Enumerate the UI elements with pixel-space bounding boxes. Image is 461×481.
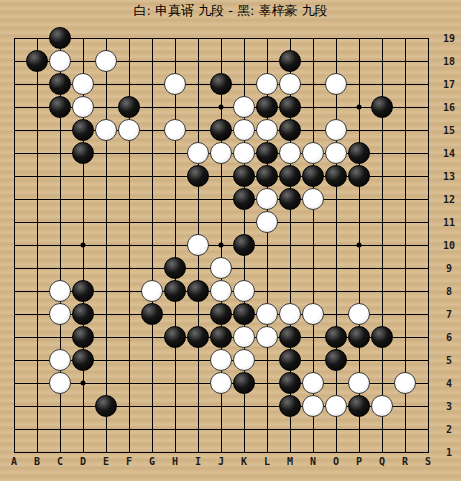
stone-black[interactable] — [279, 50, 301, 72]
stone-white[interactable] — [210, 142, 232, 164]
stone-white[interactable] — [49, 349, 71, 371]
stone-white[interactable] — [302, 188, 324, 210]
star-point — [357, 243, 362, 248]
row-label: 10 — [443, 240, 455, 251]
stone-black[interactable] — [371, 326, 393, 348]
stone-black[interactable] — [72, 349, 94, 371]
stone-white[interactable] — [302, 142, 324, 164]
stone-white[interactable] — [256, 188, 278, 210]
col-label: P — [356, 456, 362, 467]
col-label: H — [172, 456, 178, 467]
stone-black[interactable] — [279, 119, 301, 141]
stone-white[interactable] — [302, 372, 324, 394]
stone-black[interactable] — [164, 257, 186, 279]
row-label: 11 — [443, 217, 455, 228]
stone-white[interactable] — [325, 119, 347, 141]
stone-white[interactable] — [325, 73, 347, 95]
stone-black[interactable] — [279, 372, 301, 394]
row-label: 2 — [446, 424, 452, 435]
stone-black[interactable] — [325, 165, 347, 187]
stone-black[interactable] — [49, 27, 71, 49]
stone-black[interactable] — [26, 50, 48, 72]
stone-black[interactable] — [233, 234, 255, 256]
stone-black[interactable] — [210, 326, 232, 348]
go-board-app: 白: 申真谞 九段 - 黑: 辜梓豪 九段 A19B18C17D16E15F14… — [0, 0, 461, 481]
col-label: Q — [379, 456, 385, 467]
stone-black[interactable] — [348, 165, 370, 187]
stone-white[interactable] — [233, 280, 255, 302]
stone-black[interactable] — [279, 96, 301, 118]
stone-white[interactable] — [233, 96, 255, 118]
stone-white[interactable] — [325, 142, 347, 164]
stone-black[interactable] — [118, 96, 140, 118]
stone-white[interactable] — [256, 211, 278, 233]
stone-white[interactable] — [256, 326, 278, 348]
row-label: 1 — [446, 447, 452, 458]
col-label: J — [218, 456, 224, 467]
stone-black[interactable] — [325, 326, 347, 348]
stone-white[interactable] — [279, 142, 301, 164]
stone-white[interactable] — [210, 280, 232, 302]
stone-black[interactable] — [187, 326, 209, 348]
stone-black[interactable] — [95, 395, 117, 417]
grid-line-v — [336, 38, 337, 453]
row-label: 15 — [443, 125, 455, 136]
stone-black[interactable] — [279, 395, 301, 417]
col-label: N — [310, 456, 316, 467]
col-label: L — [264, 456, 270, 467]
col-label: G — [149, 456, 155, 467]
row-label: 8 — [446, 286, 452, 297]
stone-white[interactable] — [348, 303, 370, 325]
stone-white[interactable] — [233, 142, 255, 164]
stone-white[interactable] — [302, 303, 324, 325]
stone-white[interactable] — [49, 280, 71, 302]
row-label: 9 — [446, 263, 452, 274]
stone-white[interactable] — [49, 372, 71, 394]
row-label: 14 — [443, 148, 455, 159]
stone-white[interactable] — [210, 349, 232, 371]
col-label: A — [11, 456, 17, 467]
col-label: O — [333, 456, 339, 467]
stone-white[interactable] — [95, 119, 117, 141]
col-label: D — [80, 456, 86, 467]
row-label: 16 — [443, 102, 455, 113]
star-point — [219, 105, 224, 110]
stone-white[interactable] — [233, 349, 255, 371]
grid-line-h — [14, 429, 429, 430]
stone-white[interactable] — [233, 119, 255, 141]
stone-white[interactable] — [279, 73, 301, 95]
stone-black[interactable] — [210, 119, 232, 141]
stone-white[interactable] — [394, 372, 416, 394]
stone-black[interactable] — [49, 96, 71, 118]
star-point — [357, 105, 362, 110]
stone-black[interactable] — [210, 73, 232, 95]
stone-black[interactable] — [348, 395, 370, 417]
row-label: 4 — [446, 378, 452, 389]
stone-white[interactable] — [325, 395, 347, 417]
stone-black[interactable] — [279, 326, 301, 348]
col-label: M — [287, 456, 293, 467]
go-board[interactable]: A19B18C17D16E15F14G13H12I11J10K9L8M7N6O5… — [0, 0, 461, 481]
stone-white[interactable] — [95, 50, 117, 72]
star-point — [81, 381, 86, 386]
stone-white[interactable] — [348, 372, 370, 394]
stone-black[interactable] — [210, 303, 232, 325]
stone-black[interactable] — [371, 96, 393, 118]
stone-white[interactable] — [49, 303, 71, 325]
stone-white[interactable] — [72, 73, 94, 95]
stone-black[interactable] — [302, 165, 324, 187]
col-label: C — [57, 456, 63, 467]
row-label: 7 — [446, 309, 452, 320]
stone-white[interactable] — [256, 303, 278, 325]
stone-white[interactable] — [256, 119, 278, 141]
grid-line-h — [14, 452, 429, 453]
stone-black[interactable] — [233, 372, 255, 394]
col-label: S — [425, 456, 431, 467]
stone-black[interactable] — [348, 326, 370, 348]
col-label: F — [126, 456, 132, 467]
stone-white[interactable] — [49, 50, 71, 72]
stone-black[interactable] — [49, 73, 71, 95]
stone-white[interactable] — [302, 395, 324, 417]
row-label: 3 — [446, 401, 452, 412]
row-label: 6 — [446, 332, 452, 343]
stone-black[interactable] — [72, 280, 94, 302]
col-label: E — [103, 456, 109, 467]
stone-black[interactable] — [72, 119, 94, 141]
row-label: 19 — [443, 33, 455, 44]
stone-black[interactable] — [187, 280, 209, 302]
stone-white[interactable] — [279, 303, 301, 325]
col-label: R — [402, 456, 408, 467]
col-label: K — [241, 456, 247, 467]
col-label: B — [34, 456, 40, 467]
stone-black[interactable] — [141, 303, 163, 325]
stone-black[interactable] — [233, 165, 255, 187]
stone-black[interactable] — [279, 165, 301, 187]
stone-white[interactable] — [187, 234, 209, 256]
col-label: I — [195, 456, 201, 467]
stone-black[interactable] — [164, 326, 186, 348]
star-point — [81, 243, 86, 248]
stone-white[interactable] — [187, 142, 209, 164]
stone-white[interactable] — [164, 73, 186, 95]
stone-white[interactable] — [256, 73, 278, 95]
row-label: 17 — [443, 79, 455, 90]
star-point — [219, 243, 224, 248]
row-label: 12 — [443, 194, 455, 205]
stone-white[interactable] — [233, 326, 255, 348]
stone-white[interactable] — [164, 119, 186, 141]
row-label: 13 — [443, 171, 455, 182]
stone-white[interactable] — [210, 372, 232, 394]
stone-black[interactable] — [325, 349, 347, 371]
stone-white[interactable] — [371, 395, 393, 417]
stone-white[interactable] — [141, 280, 163, 302]
stone-black[interactable] — [233, 188, 255, 210]
stone-black[interactable] — [164, 280, 186, 302]
stone-black[interactable] — [256, 142, 278, 164]
grid-line-v — [428, 38, 429, 453]
stone-black[interactable] — [279, 188, 301, 210]
stone-black[interactable] — [72, 142, 94, 164]
stone-black[interactable] — [256, 96, 278, 118]
stone-black[interactable] — [72, 303, 94, 325]
stone-white[interactable] — [210, 257, 232, 279]
stone-white[interactable] — [72, 96, 94, 118]
stone-black[interactable] — [233, 303, 255, 325]
row-label: 18 — [443, 56, 455, 67]
stone-black[interactable] — [279, 349, 301, 371]
stone-black[interactable] — [256, 165, 278, 187]
row-label: 5 — [446, 355, 452, 366]
stone-black[interactable] — [348, 142, 370, 164]
stone-white[interactable] — [118, 119, 140, 141]
stone-black[interactable] — [72, 326, 94, 348]
stone-black[interactable] — [187, 165, 209, 187]
